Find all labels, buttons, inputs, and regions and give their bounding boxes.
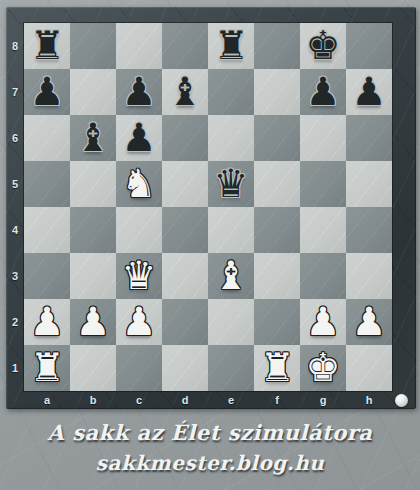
square-c7[interactable]: ♟ (116, 69, 162, 115)
piece-white-king[interactable]: ♚ (306, 345, 341, 391)
piece-black-bishop[interactable]: ♝ (168, 69, 203, 115)
square-a5[interactable] (24, 161, 70, 207)
rank-label-6: 6 (6, 115, 24, 161)
square-e3[interactable]: ♝ (208, 253, 254, 299)
file-label-b: b (70, 391, 116, 409)
square-a2[interactable]: ♟ (24, 299, 70, 345)
rank-label-8: 8 (6, 23, 24, 69)
square-d3[interactable] (162, 253, 208, 299)
square-h1[interactable] (346, 345, 392, 391)
board-frame: 87654321 ♜♜♚♟♟♝♟♟♝♟♞♛♛♝♟♟♟♟♟♜♜♚ abcdefgh (6, 7, 416, 409)
piece-white-bishop[interactable]: ♝ (214, 253, 249, 299)
square-e4[interactable] (208, 207, 254, 253)
chess-diagram: 87654321 ♜♜♚♟♟♝♟♟♝♟♞♛♛♝♟♟♟♟♟♜♜♚ abcdefgh… (0, 0, 420, 490)
piece-black-bishop[interactable]: ♝ (76, 115, 111, 161)
square-e1[interactable] (208, 345, 254, 391)
square-b5[interactable] (70, 161, 116, 207)
piece-white-pawn[interactable]: ♟ (122, 299, 157, 345)
file-label-a: a (24, 391, 70, 409)
square-f7[interactable] (254, 69, 300, 115)
square-g4[interactable] (300, 207, 346, 253)
square-h6[interactable] (346, 115, 392, 161)
square-a8[interactable]: ♜ (24, 23, 70, 69)
square-f3[interactable] (254, 253, 300, 299)
square-a1[interactable]: ♜ (24, 345, 70, 391)
piece-black-pawn[interactable]: ♟ (30, 69, 65, 115)
piece-white-rook[interactable]: ♜ (30, 345, 65, 391)
square-b6[interactable]: ♝ (70, 115, 116, 161)
square-f4[interactable] (254, 207, 300, 253)
piece-black-pawn[interactable]: ♟ (306, 69, 341, 115)
white-to-move-indicator (395, 394, 408, 407)
square-c6[interactable]: ♟ (116, 115, 162, 161)
caption: A sakk az Élet szimulátora sakkmester.bl… (0, 418, 420, 478)
square-f1[interactable]: ♜ (254, 345, 300, 391)
rank-label-7: 7 (6, 69, 24, 115)
piece-white-knight[interactable]: ♞ (122, 161, 157, 207)
square-g6[interactable] (300, 115, 346, 161)
piece-black-rook[interactable]: ♜ (214, 23, 249, 69)
square-f5[interactable] (254, 161, 300, 207)
square-g3[interactable] (300, 253, 346, 299)
square-a7[interactable]: ♟ (24, 69, 70, 115)
square-e6[interactable] (208, 115, 254, 161)
square-f2[interactable] (254, 299, 300, 345)
square-c3[interactable]: ♛ (116, 253, 162, 299)
square-f8[interactable] (254, 23, 300, 69)
rank-labels: 87654321 (6, 23, 24, 391)
square-h5[interactable] (346, 161, 392, 207)
piece-black-king[interactable]: ♚ (306, 23, 341, 69)
chess-board: ♜♜♚♟♟♝♟♟♝♟♞♛♛♝♟♟♟♟♟♜♜♚ (24, 23, 392, 391)
square-e7[interactable] (208, 69, 254, 115)
square-a4[interactable] (24, 207, 70, 253)
piece-black-pawn[interactable]: ♟ (122, 69, 157, 115)
square-e5[interactable]: ♛ (208, 161, 254, 207)
square-d1[interactable] (162, 345, 208, 391)
square-d4[interactable] (162, 207, 208, 253)
rank-label-2: 2 (6, 299, 24, 345)
piece-black-pawn[interactable]: ♟ (352, 69, 387, 115)
square-c1[interactable] (116, 345, 162, 391)
square-b1[interactable] (70, 345, 116, 391)
square-g1[interactable]: ♚ (300, 345, 346, 391)
square-b8[interactable] (70, 23, 116, 69)
file-labels: abcdefgh (24, 391, 392, 409)
square-c2[interactable]: ♟ (116, 299, 162, 345)
square-d6[interactable] (162, 115, 208, 161)
square-g8[interactable]: ♚ (300, 23, 346, 69)
square-d2[interactable] (162, 299, 208, 345)
square-h7[interactable]: ♟ (346, 69, 392, 115)
square-g7[interactable]: ♟ (300, 69, 346, 115)
piece-black-queen[interactable]: ♛ (214, 161, 249, 207)
piece-white-pawn[interactable]: ♟ (306, 299, 341, 345)
file-label-e: e (208, 391, 254, 409)
rank-label-1: 1 (6, 345, 24, 391)
square-h8[interactable] (346, 23, 392, 69)
square-d5[interactable] (162, 161, 208, 207)
rank-label-3: 3 (6, 253, 24, 299)
square-g5[interactable] (300, 161, 346, 207)
piece-white-pawn[interactable]: ♟ (352, 299, 387, 345)
rank-label-5: 5 (6, 161, 24, 207)
square-h4[interactable] (346, 207, 392, 253)
file-label-d: d (162, 391, 208, 409)
piece-white-pawn[interactable]: ♟ (76, 299, 111, 345)
square-c8[interactable] (116, 23, 162, 69)
square-a3[interactable] (24, 253, 70, 299)
caption-quote: A sakk az Élet szimulátora (0, 418, 420, 448)
square-a6[interactable] (24, 115, 70, 161)
piece-white-pawn[interactable]: ♟ (30, 299, 65, 345)
square-b4[interactable] (70, 207, 116, 253)
square-g2[interactable]: ♟ (300, 299, 346, 345)
square-h2[interactable]: ♟ (346, 299, 392, 345)
caption-blog-url: sakkmester.blog.hu (0, 448, 420, 478)
square-b7[interactable] (70, 69, 116, 115)
square-d7[interactable]: ♝ (162, 69, 208, 115)
piece-black-pawn[interactable]: ♟ (122, 115, 157, 161)
square-d8[interactable] (162, 23, 208, 69)
file-label-f: f (254, 391, 300, 409)
square-h3[interactable] (346, 253, 392, 299)
square-f6[interactable] (254, 115, 300, 161)
square-b2[interactable]: ♟ (70, 299, 116, 345)
square-c4[interactable] (116, 207, 162, 253)
file-label-c: c (116, 391, 162, 409)
square-e2[interactable] (208, 299, 254, 345)
square-c5[interactable]: ♞ (116, 161, 162, 207)
file-label-h: h (346, 391, 392, 409)
file-label-g: g (300, 391, 346, 409)
square-e8[interactable]: ♜ (208, 23, 254, 69)
square-b3[interactable] (70, 253, 116, 299)
piece-white-queen[interactable]: ♛ (122, 253, 157, 299)
piece-black-rook[interactable]: ♜ (30, 23, 65, 69)
piece-white-rook[interactable]: ♜ (260, 345, 295, 391)
rank-label-4: 4 (6, 207, 24, 253)
